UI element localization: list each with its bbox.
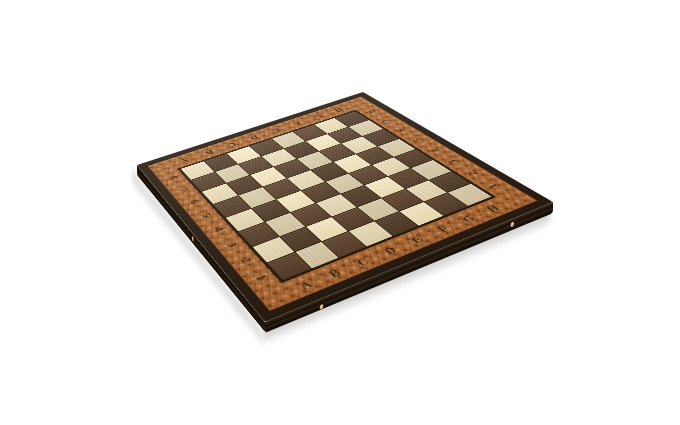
hinge-pin bbox=[192, 236, 194, 243]
product-photo: AABBCCDDEEFFGGHH1122334455667788 bbox=[0, 0, 680, 425]
hinge-pin bbox=[511, 221, 515, 228]
chess-board: AABBCCDDEEFFGGHH1122334455667788 bbox=[137, 92, 553, 322]
hinge-pin bbox=[320, 304, 324, 311]
